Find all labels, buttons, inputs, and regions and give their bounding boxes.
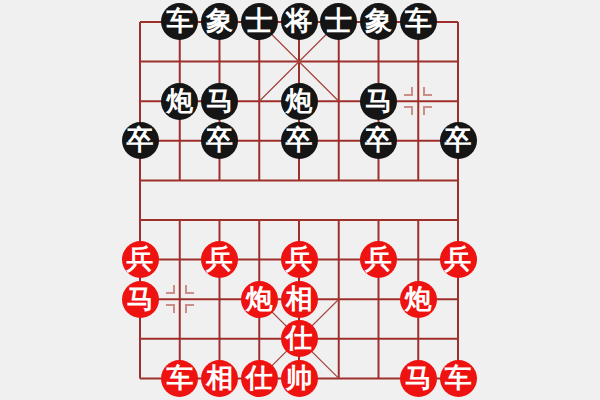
marker-corner <box>423 106 432 115</box>
black-horse-piece[interactable]: 马 <box>201 83 238 120</box>
cannon-point-marker <box>166 285 194 313</box>
marker-corner <box>166 285 175 294</box>
cannon-point-marker <box>404 87 432 115</box>
red-elephant-piece[interactable]: 相 <box>201 360 238 397</box>
marker-corner <box>166 304 175 313</box>
red-king-piece[interactable]: 帅 <box>281 360 318 397</box>
xiangqi-board: 车象士将士象车炮马炮马卒卒卒卒卒兵兵兵兵兵马炮相炮仕车相仕帅马车 <box>0 0 600 400</box>
red-rook-piece[interactable]: 车 <box>440 360 477 397</box>
black-cannon-piece[interactable]: 炮 <box>161 83 198 120</box>
black-soldier-piece[interactable]: 卒 <box>201 122 238 159</box>
marker-corner <box>185 285 194 294</box>
black-soldier-piece[interactable]: 卒 <box>440 122 477 159</box>
red-advisor-piece[interactable]: 仕 <box>281 320 318 357</box>
red-soldier-piece[interactable]: 兵 <box>201 241 238 278</box>
red-soldier-piece[interactable]: 兵 <box>122 241 159 278</box>
red-cannon-piece[interactable]: 炮 <box>400 281 437 318</box>
black-advisor-piece[interactable]: 士 <box>320 3 357 40</box>
marker-corner <box>404 87 413 96</box>
red-soldier-piece[interactable]: 兵 <box>440 241 477 278</box>
black-king-piece[interactable]: 将 <box>281 3 318 40</box>
marker-corner <box>185 304 194 313</box>
black-soldier-piece[interactable]: 卒 <box>122 122 159 159</box>
red-cannon-piece[interactable]: 炮 <box>241 281 278 318</box>
black-soldier-piece[interactable]: 卒 <box>360 122 397 159</box>
piece-layer: 车象士将士象车炮马炮马卒卒卒卒卒兵兵兵兵兵马炮相炮仕车相仕帅马车 <box>120 2 478 398</box>
red-soldier-piece[interactable]: 兵 <box>281 241 318 278</box>
black-elephant-piece[interactable]: 象 <box>201 3 238 40</box>
red-soldier-piece[interactable]: 兵 <box>360 241 397 278</box>
black-horse-piece[interactable]: 马 <box>360 83 397 120</box>
black-rook-piece[interactable]: 车 <box>161 3 198 40</box>
red-horse-piece[interactable]: 马 <box>400 360 437 397</box>
black-soldier-piece[interactable]: 卒 <box>281 122 318 159</box>
red-horse-piece[interactable]: 马 <box>122 281 159 318</box>
black-cannon-piece[interactable]: 炮 <box>281 83 318 120</box>
marker-corner <box>423 87 432 96</box>
marker-corner <box>404 106 413 115</box>
black-rook-piece[interactable]: 车 <box>400 3 437 40</box>
red-advisor-piece[interactable]: 仕 <box>241 360 278 397</box>
red-rook-piece[interactable]: 车 <box>161 360 198 397</box>
black-advisor-piece[interactable]: 士 <box>241 3 278 40</box>
black-elephant-piece[interactable]: 象 <box>360 3 397 40</box>
red-elephant-piece[interactable]: 相 <box>281 281 318 318</box>
